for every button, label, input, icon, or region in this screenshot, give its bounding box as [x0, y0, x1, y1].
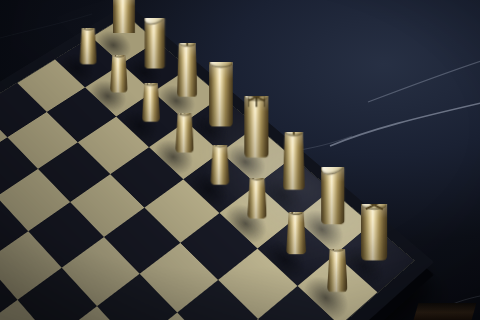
piece-body — [142, 83, 160, 121]
piece-top-face — [250, 173, 265, 181]
white-bishop-c1[interactable] — [283, 132, 305, 190]
square-b3[interactable] — [218, 249, 297, 319]
white-knight-b1[interactable] — [321, 167, 345, 224]
piece-top-face — [213, 140, 228, 148]
white-rook-a1[interactable] — [361, 204, 387, 261]
piece-top-face — [112, 50, 126, 57]
piece-body — [283, 132, 305, 190]
white-pawn-h2[interactable] — [79, 28, 96, 65]
piece-body — [286, 212, 306, 254]
white-pawn-g2[interactable] — [110, 55, 128, 93]
white-pawn-a2[interactable] — [327, 249, 348, 293]
piece-body — [177, 43, 198, 97]
piece-body — [361, 204, 387, 261]
piece-body — [210, 145, 229, 185]
white-pawn-d2[interactable] — [210, 145, 229, 185]
piece-body — [321, 167, 345, 224]
piece-body — [209, 62, 233, 126]
white-bishop-f1[interactable] — [177, 43, 198, 97]
white-knight-g1[interactable] — [144, 18, 165, 69]
piece-body — [144, 18, 165, 69]
piece-top-face — [361, 199, 387, 210]
white-queen-d1[interactable] — [244, 96, 268, 158]
square-c4[interactable] — [140, 243, 219, 313]
piece-body — [113, 0, 135, 42]
piece-body — [327, 249, 348, 293]
king-pin-finial — [220, 43, 223, 60]
white-pawn-f2[interactable] — [142, 83, 160, 121]
piece-body — [247, 178, 267, 219]
photo-scene — [0, 0, 480, 320]
square-a2[interactable] — [297, 255, 377, 320]
piece-top-face — [178, 109, 192, 116]
white-rook-h1[interactable] — [113, 0, 135, 42]
white-king-e1[interactable] — [209, 62, 233, 126]
piece-body — [110, 55, 128, 93]
table-stand-leg — [414, 303, 477, 320]
white-pawn-b2[interactable] — [286, 212, 306, 254]
piece-top-face — [329, 243, 345, 251]
piece-body — [79, 28, 96, 65]
white-pawn-e2[interactable] — [175, 113, 194, 152]
crown-slits — [244, 97, 268, 106]
piece-top-face — [82, 23, 95, 30]
piece-body — [175, 113, 194, 152]
king-pin-tip — [219, 39, 224, 44]
white-pawn-c2[interactable] — [247, 178, 267, 219]
